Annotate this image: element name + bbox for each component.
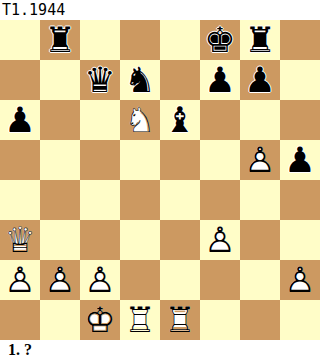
square-d7[interactable]: ♞ bbox=[120, 60, 160, 100]
piece-black-knight-d7: ♞ bbox=[120, 60, 160, 100]
square-a5[interactable] bbox=[0, 140, 40, 180]
square-c7[interactable]: ♛ bbox=[80, 60, 120, 100]
piece-black-king-f8: ♚ bbox=[200, 20, 240, 60]
square-e6[interactable]: ♝ bbox=[160, 100, 200, 140]
piece-white-pawn-b2: ♙ bbox=[40, 260, 80, 300]
piece-white-pawn-b2-fill: ♟ bbox=[40, 260, 80, 300]
square-h3[interactable] bbox=[280, 220, 320, 260]
piece-white-pawn-c2-fill: ♟ bbox=[80, 260, 120, 300]
square-e1[interactable]: ♜♖ bbox=[160, 300, 200, 340]
square-f5[interactable] bbox=[200, 140, 240, 180]
piece-white-knight-d6: ♘ bbox=[120, 100, 160, 140]
square-b8[interactable]: ♜ bbox=[40, 20, 80, 60]
square-a2[interactable]: ♟♙ bbox=[0, 260, 40, 300]
square-c6[interactable] bbox=[80, 100, 120, 140]
square-g5[interactable]: ♟♙ bbox=[240, 140, 280, 180]
square-b6[interactable] bbox=[40, 100, 80, 140]
square-g8[interactable]: ♜ bbox=[240, 20, 280, 60]
piece-white-rook-e1: ♖ bbox=[160, 300, 200, 340]
square-b2[interactable]: ♟♙ bbox=[40, 260, 80, 300]
square-d5[interactable] bbox=[120, 140, 160, 180]
square-a7[interactable] bbox=[0, 60, 40, 100]
square-a4[interactable] bbox=[0, 180, 40, 220]
square-e5[interactable] bbox=[160, 140, 200, 180]
square-c1[interactable]: ♚♔ bbox=[80, 300, 120, 340]
piece-black-pawn-g7: ♟ bbox=[240, 60, 280, 100]
square-b3[interactable] bbox=[40, 220, 80, 260]
square-e2[interactable] bbox=[160, 260, 200, 300]
square-h6[interactable] bbox=[280, 100, 320, 140]
piece-white-pawn-g5: ♙ bbox=[240, 140, 280, 180]
piece-white-rook-d1-fill: ♜ bbox=[120, 300, 160, 340]
piece-black-rook-b8: ♜ bbox=[40, 20, 80, 60]
piece-white-pawn-h2-fill: ♟ bbox=[280, 260, 320, 300]
square-a1[interactable] bbox=[0, 300, 40, 340]
move-prompt: 1. ? bbox=[8, 340, 32, 360]
piece-white-pawn-a2-fill: ♟ bbox=[0, 260, 40, 300]
piece-white-pawn-a2: ♙ bbox=[0, 260, 40, 300]
chess-board: ♜♚♜♛♞♟♟♟♞♘♝♟♙♟♛♕♟♙♟♙♟♙♟♙♟♙♚♔♜♖♜♖ bbox=[0, 20, 320, 340]
square-f7[interactable]: ♟ bbox=[200, 60, 240, 100]
square-h4[interactable] bbox=[280, 180, 320, 220]
piece-black-pawn-a6: ♟ bbox=[0, 100, 40, 140]
piece-white-pawn-c2: ♙ bbox=[80, 260, 120, 300]
piece-white-rook-d1: ♖ bbox=[120, 300, 160, 340]
piece-white-pawn-f3: ♙ bbox=[200, 220, 240, 260]
square-b1[interactable] bbox=[40, 300, 80, 340]
square-e3[interactable] bbox=[160, 220, 200, 260]
square-g6[interactable] bbox=[240, 100, 280, 140]
square-b5[interactable] bbox=[40, 140, 80, 180]
caption-bar: 1. ? bbox=[0, 340, 320, 360]
square-c3[interactable] bbox=[80, 220, 120, 260]
square-a3[interactable]: ♛♕ bbox=[0, 220, 40, 260]
square-g7[interactable]: ♟ bbox=[240, 60, 280, 100]
piece-black-rook-g8: ♜ bbox=[240, 20, 280, 60]
square-d2[interactable] bbox=[120, 260, 160, 300]
square-e8[interactable] bbox=[160, 20, 200, 60]
piece-white-knight-d6-fill: ♞ bbox=[120, 100, 160, 140]
square-h8[interactable] bbox=[280, 20, 320, 60]
square-d1[interactable]: ♜♖ bbox=[120, 300, 160, 340]
square-f4[interactable] bbox=[200, 180, 240, 220]
square-g3[interactable] bbox=[240, 220, 280, 260]
piece-white-pawn-f3-fill: ♟ bbox=[200, 220, 240, 260]
square-f2[interactable] bbox=[200, 260, 240, 300]
piece-black-pawn-f7: ♟ bbox=[200, 60, 240, 100]
square-h7[interactable] bbox=[280, 60, 320, 100]
square-h2[interactable]: ♟♙ bbox=[280, 260, 320, 300]
square-c5[interactable] bbox=[80, 140, 120, 180]
title-bar: T1.1944 bbox=[0, 0, 320, 20]
square-f8[interactable]: ♚ bbox=[200, 20, 240, 60]
square-g1[interactable] bbox=[240, 300, 280, 340]
square-a8[interactable] bbox=[0, 20, 40, 60]
piece-white-queen-a3: ♕ bbox=[0, 220, 40, 260]
square-a6[interactable]: ♟ bbox=[0, 100, 40, 140]
piece-white-king-c1-fill: ♚ bbox=[80, 300, 120, 340]
square-g2[interactable] bbox=[240, 260, 280, 300]
square-h1[interactable] bbox=[280, 300, 320, 340]
square-h5[interactable]: ♟ bbox=[280, 140, 320, 180]
piece-white-pawn-g5-fill: ♟ bbox=[240, 140, 280, 180]
piece-white-queen-a3-fill: ♛ bbox=[0, 220, 40, 260]
square-f1[interactable] bbox=[200, 300, 240, 340]
square-f6[interactable] bbox=[200, 100, 240, 140]
square-d6[interactable]: ♞♘ bbox=[120, 100, 160, 140]
square-d8[interactable] bbox=[120, 20, 160, 60]
square-e4[interactable] bbox=[160, 180, 200, 220]
square-d4[interactable] bbox=[120, 180, 160, 220]
square-c4[interactable] bbox=[80, 180, 120, 220]
square-e7[interactable] bbox=[160, 60, 200, 100]
piece-white-king-c1: ♔ bbox=[80, 300, 120, 340]
square-b7[interactable] bbox=[40, 60, 80, 100]
piece-black-pawn-h5: ♟ bbox=[280, 140, 320, 180]
square-c2[interactable]: ♟♙ bbox=[80, 260, 120, 300]
piece-black-bishop-e6: ♝ bbox=[160, 100, 200, 140]
square-f3[interactable]: ♟♙ bbox=[200, 220, 240, 260]
square-g4[interactable] bbox=[240, 180, 280, 220]
piece-white-rook-e1-fill: ♜ bbox=[160, 300, 200, 340]
puzzle-title: T1.1944 bbox=[2, 0, 65, 20]
square-d3[interactable] bbox=[120, 220, 160, 260]
square-c8[interactable] bbox=[80, 20, 120, 60]
square-b4[interactable] bbox=[40, 180, 80, 220]
piece-black-queen-c7: ♛ bbox=[80, 60, 120, 100]
piece-white-pawn-h2: ♙ bbox=[280, 260, 320, 300]
